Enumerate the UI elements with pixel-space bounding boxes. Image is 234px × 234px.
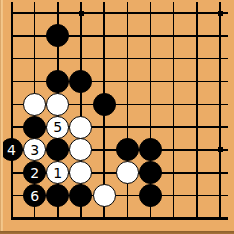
board-cell bbox=[162, 47, 185, 70]
board-cell bbox=[69, 93, 92, 116]
board-cell bbox=[162, 139, 185, 162]
board-cell bbox=[93, 93, 116, 116]
board-cell bbox=[0, 2, 23, 25]
board-cell bbox=[208, 184, 231, 207]
board-cell bbox=[116, 139, 139, 162]
board-cell bbox=[46, 70, 69, 93]
move-number-label: 6 bbox=[30, 188, 39, 202]
board-cell bbox=[162, 70, 185, 93]
white-stone: 5 bbox=[46, 116, 69, 139]
board-cell bbox=[23, 47, 46, 70]
black-stone bbox=[46, 184, 69, 207]
move-number-label: 2 bbox=[30, 165, 39, 179]
board-cell bbox=[23, 24, 46, 47]
board-cell bbox=[162, 184, 185, 207]
board-cell: 5 bbox=[46, 116, 69, 139]
board-cell bbox=[208, 47, 231, 70]
board-cell bbox=[93, 24, 116, 47]
black-stone: 2 bbox=[23, 161, 46, 184]
board-cell bbox=[46, 47, 69, 70]
move-number-label: 4 bbox=[7, 142, 16, 156]
white-stone bbox=[23, 93, 46, 116]
board-cell bbox=[93, 116, 116, 139]
black-stone bbox=[139, 161, 162, 184]
board-cell bbox=[69, 70, 92, 93]
board-cell bbox=[208, 70, 231, 93]
board-cell: 2 bbox=[23, 161, 46, 184]
move-number-label: 1 bbox=[53, 165, 62, 179]
board-cell bbox=[139, 24, 162, 47]
board-cell bbox=[139, 139, 162, 162]
board-cell bbox=[0, 24, 23, 47]
board-cell bbox=[185, 116, 208, 139]
board-grid: 543216 bbox=[0, 2, 232, 230]
board-cell bbox=[69, 2, 92, 25]
board-cell bbox=[69, 139, 92, 162]
black-stone bbox=[69, 184, 92, 207]
board-cell bbox=[93, 161, 116, 184]
board-cell bbox=[139, 70, 162, 93]
board-cell bbox=[0, 184, 23, 207]
board-cell bbox=[116, 24, 139, 47]
board-cell bbox=[116, 161, 139, 184]
board-cell bbox=[185, 2, 208, 25]
board-cell bbox=[139, 93, 162, 116]
board-cell bbox=[185, 93, 208, 116]
board-cell bbox=[208, 207, 231, 230]
white-stone bbox=[69, 161, 92, 184]
board-cell bbox=[116, 2, 139, 25]
board-cell bbox=[69, 207, 92, 230]
board-cell bbox=[208, 24, 231, 47]
board-cell bbox=[139, 47, 162, 70]
board-cell bbox=[93, 184, 116, 207]
board-cell bbox=[69, 161, 92, 184]
board-cell bbox=[69, 184, 92, 207]
board-cell bbox=[93, 2, 116, 25]
black-stone: 4 bbox=[0, 138, 23, 161]
board-cell bbox=[116, 47, 139, 70]
black-stone bbox=[93, 93, 116, 116]
board-cell: 1 bbox=[46, 161, 69, 184]
move-number-label: 3 bbox=[30, 142, 39, 156]
board-cell bbox=[93, 47, 116, 70]
board-cell bbox=[185, 207, 208, 230]
board-cell bbox=[162, 116, 185, 139]
white-stone bbox=[69, 116, 92, 139]
board-cell bbox=[23, 2, 46, 25]
board-cell bbox=[139, 184, 162, 207]
board-cell bbox=[185, 184, 208, 207]
board-cell bbox=[162, 93, 185, 116]
move-number-label: 5 bbox=[53, 120, 62, 134]
board-cell bbox=[46, 139, 69, 162]
board-cell bbox=[46, 2, 69, 25]
black-stone: 6 bbox=[23, 184, 46, 207]
board-cell bbox=[23, 70, 46, 93]
board-cell bbox=[116, 93, 139, 116]
board-cell bbox=[46, 24, 69, 47]
board-cell bbox=[185, 47, 208, 70]
black-stone bbox=[69, 70, 92, 93]
board-cell bbox=[46, 93, 69, 116]
board-cell bbox=[139, 116, 162, 139]
board-cell bbox=[162, 207, 185, 230]
white-stone: 3 bbox=[23, 138, 46, 161]
board-cell bbox=[0, 47, 23, 70]
board-cell bbox=[0, 93, 23, 116]
board-cell bbox=[208, 116, 231, 139]
board-cell bbox=[208, 93, 231, 116]
black-stone bbox=[23, 116, 46, 139]
frame-bevel-left bbox=[0, 0, 3, 234]
go-diagram: 543216 bbox=[0, 0, 234, 234]
board-cell: 6 bbox=[23, 184, 46, 207]
black-stone bbox=[46, 70, 69, 93]
black-stone bbox=[46, 138, 69, 161]
board-cell bbox=[23, 207, 46, 230]
board-cell bbox=[208, 139, 231, 162]
board-cell bbox=[185, 139, 208, 162]
white-stone bbox=[93, 184, 116, 207]
board-cell bbox=[69, 24, 92, 47]
board-cell bbox=[0, 207, 23, 230]
board-cell bbox=[0, 161, 23, 184]
board-cell bbox=[0, 70, 23, 93]
black-stone bbox=[139, 138, 162, 161]
white-stone bbox=[116, 161, 139, 184]
board-cell bbox=[185, 70, 208, 93]
board-cell bbox=[139, 2, 162, 25]
board-cell bbox=[93, 70, 116, 93]
board-cell bbox=[23, 116, 46, 139]
board-cell: 4 bbox=[0, 139, 23, 162]
board-cell bbox=[116, 184, 139, 207]
black-stone bbox=[116, 138, 139, 161]
board-cell bbox=[0, 116, 23, 139]
board-cell: 3 bbox=[23, 139, 46, 162]
board-cell bbox=[23, 93, 46, 116]
board-cell bbox=[46, 207, 69, 230]
board-cell bbox=[93, 139, 116, 162]
black-stone bbox=[46, 24, 69, 47]
frame-border-bottom bbox=[0, 231, 234, 234]
black-stone bbox=[139, 184, 162, 207]
board-cell bbox=[139, 161, 162, 184]
board-cell bbox=[69, 116, 92, 139]
board-cell bbox=[116, 207, 139, 230]
board-cell bbox=[185, 161, 208, 184]
board-cell bbox=[116, 116, 139, 139]
board-cell bbox=[162, 2, 185, 25]
white-stone: 1 bbox=[46, 161, 69, 184]
board-cell bbox=[46, 184, 69, 207]
white-stone bbox=[69, 138, 92, 161]
board-cell bbox=[185, 24, 208, 47]
board-cell bbox=[162, 161, 185, 184]
board-cell bbox=[208, 161, 231, 184]
board-cell bbox=[139, 207, 162, 230]
board-cell bbox=[208, 2, 231, 25]
white-stone bbox=[46, 93, 69, 116]
board-cell bbox=[116, 70, 139, 93]
board-cell bbox=[162, 24, 185, 47]
board-cell bbox=[69, 47, 92, 70]
board-cell bbox=[93, 207, 116, 230]
